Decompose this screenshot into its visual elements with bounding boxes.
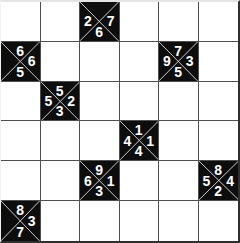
empty-cell-r0c0[interactable] [1, 2, 41, 42]
clue-cell-r0c2: 276 [80, 2, 120, 42]
clue-digit-bottom: 5 [16, 65, 24, 79]
empty-cell-r5c1[interactable] [41, 201, 81, 241]
empty-cell-r1c1[interactable] [41, 42, 81, 82]
empty-cell-r2c0[interactable] [1, 82, 41, 122]
clue-cell-r4c2: 9613 [80, 161, 120, 201]
empty-cell-r0c4[interactable] [159, 2, 199, 42]
clue-digit-right: 1 [146, 134, 154, 148]
clue-digit-left: 9 [163, 54, 171, 68]
empty-cell-r2c5[interactable] [199, 82, 239, 122]
empty-cell-r0c1[interactable] [41, 2, 81, 42]
clue-digit-right: 2 [67, 94, 75, 108]
clue-digit-top: 6 [16, 44, 24, 58]
empty-cell-r1c3[interactable] [120, 42, 160, 82]
clue-digit-bottom: 5 [174, 65, 182, 79]
clue-digit-top: 7 [174, 44, 182, 58]
clue-digit-right: 1 [107, 174, 115, 188]
clue-digit-right: 3 [186, 54, 194, 68]
empty-cell-r1c5[interactable] [199, 42, 239, 82]
empty-cell-r4c3[interactable] [120, 161, 160, 201]
empty-cell-r3c4[interactable] [159, 121, 199, 161]
empty-cell-r4c4[interactable] [159, 161, 199, 201]
clue-digit-left: 5 [203, 174, 211, 188]
empty-cell-r0c5[interactable] [199, 2, 239, 42]
empty-cell-r5c2[interactable] [80, 201, 120, 241]
clue-digit-top: 9 [95, 163, 103, 177]
clue-digit-bottom: 6 [95, 25, 103, 39]
clue-digit-left: 6 [84, 174, 92, 188]
clue-cell-r1c0: 665 [1, 42, 41, 82]
empty-cell-r4c0[interactable] [1, 161, 41, 201]
clue-digit-bottom: 3 [95, 184, 103, 198]
clue-cell-r2c1: 5523 [41, 82, 81, 122]
empty-cell-r5c4[interactable] [159, 201, 199, 241]
empty-cell-r3c0[interactable] [1, 121, 41, 161]
clue-cell-r4c5: 8542 [199, 161, 239, 201]
empty-cell-r3c2[interactable] [80, 121, 120, 161]
clue-digit-top: 8 [16, 203, 24, 217]
clue-digit-right: 4 [226, 174, 234, 188]
clue-digit-bottom: 7 [16, 225, 24, 239]
clue-digit-right: 3 [28, 214, 36, 228]
clue-digit-bottom: 2 [214, 184, 222, 198]
clue-digit-top: 8 [214, 163, 222, 177]
empty-cell-r2c2[interactable] [80, 82, 120, 122]
clue-digit-right: 7 [107, 14, 115, 28]
empty-cell-r5c5[interactable] [199, 201, 239, 241]
empty-cell-r4c1[interactable] [41, 161, 81, 201]
empty-cell-r1c2[interactable] [80, 42, 120, 82]
clue-digit-left: 2 [84, 14, 92, 28]
clue-cell-r5c0: 837 [1, 201, 41, 241]
clue-digit-right: 6 [28, 54, 36, 68]
clue-cell-r1c4: 7935 [159, 42, 199, 82]
clue-digit-left: 4 [124, 134, 132, 148]
clue-digit-bottom: 3 [56, 104, 64, 118]
empty-cell-r2c3[interactable] [120, 82, 160, 122]
clue-digit-top: 1 [135, 123, 143, 137]
clue-digit-bottom: 4 [135, 144, 143, 158]
clue-digit-top: 5 [56, 84, 64, 98]
empty-cell-r3c1[interactable] [41, 121, 81, 161]
clue-cell-r3c3: 1414 [120, 121, 160, 161]
empty-cell-r2c4[interactable] [159, 82, 199, 122]
empty-cell-r3c5[interactable] [199, 121, 239, 161]
empty-cell-r0c3[interactable] [120, 2, 160, 42]
puzzle-board: 27666579355523141496138542837 [0, 0, 240, 243]
empty-cell-r5c3[interactable] [120, 201, 160, 241]
clue-digit-left: 5 [45, 94, 53, 108]
